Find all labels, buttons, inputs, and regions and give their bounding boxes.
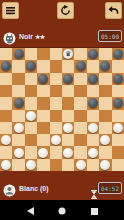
board-square[interactable]	[62, 134, 74, 146]
man-piece[interactable]	[26, 61, 36, 71]
board-square[interactable]	[0, 48, 12, 60]
board-square[interactable]	[12, 122, 24, 134]
recents-square-icon	[91, 201, 98, 219]
board: ♛	[0, 47, 124, 171]
board-square[interactable]	[62, 110, 74, 122]
board-square[interactable]	[99, 159, 111, 171]
man-piece[interactable]	[38, 148, 48, 158]
board-square[interactable]	[0, 60, 12, 72]
crown-icon: ♛	[65, 49, 71, 59]
board-square[interactable]	[50, 60, 62, 72]
board-square[interactable]	[50, 73, 62, 85]
board-square[interactable]	[87, 122, 99, 134]
board-square[interactable]	[12, 73, 24, 85]
man-piece[interactable]	[88, 74, 98, 84]
man-piece[interactable]	[63, 74, 73, 84]
board-square[interactable]	[12, 110, 24, 122]
board-square[interactable]	[87, 110, 99, 122]
board-square[interactable]	[112, 146, 124, 158]
hamburger-menu-icon	[5, 5, 16, 16]
board-square[interactable]	[62, 122, 74, 134]
board-square[interactable]	[50, 110, 62, 122]
man-piece[interactable]	[1, 160, 11, 170]
board-square[interactable]	[62, 73, 74, 85]
difficulty-stars: ★★	[35, 34, 45, 40]
man-piece[interactable]	[100, 160, 110, 170]
board-square[interactable]	[112, 97, 124, 109]
board-square[interactable]	[12, 48, 24, 60]
man-piece[interactable]	[113, 123, 123, 133]
board-square[interactable]	[87, 48, 99, 60]
nav-recents-button[interactable]	[87, 203, 101, 217]
board-square[interactable]	[112, 60, 124, 72]
bottom-player-clock: 04:52	[98, 182, 122, 194]
board-square[interactable]	[74, 60, 86, 72]
nav-back-button[interactable]	[23, 203, 37, 217]
man-piece[interactable]	[26, 111, 36, 121]
board-square[interactable]	[50, 134, 62, 146]
man-piece[interactable]	[76, 61, 86, 71]
board-square[interactable]	[62, 97, 74, 109]
board-square[interactable]	[74, 122, 86, 134]
man-piece[interactable]	[14, 123, 24, 133]
app-screen: Noir ★★ 05:00 ♛ Blanc (0) 04:52	[0, 0, 124, 220]
board-square[interactable]	[74, 73, 86, 85]
board-square[interactable]	[12, 85, 24, 97]
board-square[interactable]	[99, 146, 111, 158]
board-square[interactable]	[99, 97, 111, 109]
refresh-button[interactable]	[57, 2, 74, 19]
home-circle-icon	[58, 201, 66, 219]
person-avatar	[3, 183, 16, 196]
board-square[interactable]	[12, 97, 24, 109]
board-square[interactable]	[112, 110, 124, 122]
man-piece[interactable]	[113, 74, 123, 84]
board-square[interactable]	[37, 60, 49, 72]
board-square[interactable]	[74, 85, 86, 97]
board-square[interactable]	[37, 48, 49, 60]
board-square[interactable]	[74, 134, 86, 146]
board-square[interactable]	[37, 97, 49, 109]
board-square[interactable]: ♛	[62, 48, 74, 60]
board-square[interactable]	[37, 134, 49, 146]
undo-button[interactable]	[105, 2, 122, 19]
board-square[interactable]	[50, 97, 62, 109]
man-piece[interactable]	[88, 148, 98, 158]
man-piece[interactable]	[76, 160, 86, 170]
man-piece[interactable]	[1, 61, 11, 71]
board-square[interactable]	[99, 60, 111, 72]
board-square[interactable]	[87, 85, 99, 97]
board-square[interactable]	[37, 146, 49, 158]
refresh-icon	[60, 5, 71, 16]
man-piece[interactable]	[1, 135, 11, 145]
man-piece[interactable]	[113, 49, 123, 59]
board-square[interactable]	[87, 146, 99, 158]
board-square[interactable]	[112, 48, 124, 60]
bottom-player-name: Blanc (0)	[19, 185, 49, 192]
board-square[interactable]	[25, 110, 37, 122]
back-triangle-icon	[27, 201, 34, 219]
board-square[interactable]	[87, 159, 99, 171]
board-square[interactable]	[74, 159, 86, 171]
board-square[interactable]	[62, 85, 74, 97]
board-square[interactable]	[50, 159, 62, 171]
board-square[interactable]	[12, 134, 24, 146]
board-square[interactable]	[99, 73, 111, 85]
board-square[interactable]	[112, 134, 124, 146]
board-square[interactable]	[37, 110, 49, 122]
man-piece[interactable]	[38, 74, 48, 84]
board-square[interactable]	[0, 134, 12, 146]
board-square[interactable]	[99, 134, 111, 146]
board-square[interactable]	[99, 110, 111, 122]
man-piece[interactable]	[26, 160, 36, 170]
board-square[interactable]	[12, 146, 24, 158]
robot-avatar	[3, 31, 16, 44]
board-square[interactable]	[62, 159, 74, 171]
board-square[interactable]	[25, 159, 37, 171]
nav-home-button[interactable]	[55, 203, 69, 217]
top-player-clock: 05:00	[98, 30, 122, 42]
board-square[interactable]	[0, 73, 12, 85]
king-piece[interactable]: ♛	[63, 49, 73, 59]
board-square[interactable]	[50, 85, 62, 97]
board-square[interactable]	[112, 85, 124, 97]
board-square[interactable]	[25, 122, 37, 134]
board-square[interactable]	[0, 122, 12, 134]
board-square[interactable]	[12, 60, 24, 72]
board-square[interactable]	[50, 122, 62, 134]
board-square[interactable]	[0, 85, 12, 97]
board-square[interactable]	[25, 73, 37, 85]
board-square[interactable]	[74, 48, 86, 60]
board-square[interactable]	[25, 85, 37, 97]
board-square[interactable]	[50, 146, 62, 158]
board-square[interactable]	[37, 85, 49, 97]
man-piece[interactable]	[113, 98, 123, 108]
man-piece[interactable]	[100, 61, 110, 71]
board-square[interactable]	[62, 60, 74, 72]
board-square[interactable]	[0, 146, 12, 158]
menu-button[interactable]	[2, 2, 19, 19]
man-piece[interactable]	[88, 123, 98, 133]
board-square[interactable]	[99, 48, 111, 60]
man-piece[interactable]	[14, 49, 24, 59]
board-square[interactable]	[0, 110, 12, 122]
board-square[interactable]	[74, 97, 86, 109]
man-piece[interactable]	[63, 123, 73, 133]
board-square[interactable]	[25, 97, 37, 109]
undo-arrow-icon	[108, 5, 119, 16]
man-piece[interactable]	[100, 135, 110, 145]
board-square[interactable]	[37, 73, 49, 85]
board-square[interactable]	[99, 122, 111, 134]
bottom-player-row: Blanc (0) 04:52	[0, 182, 124, 197]
board-square[interactable]	[0, 159, 12, 171]
board-square[interactable]	[25, 146, 37, 158]
board-square[interactable]	[87, 73, 99, 85]
board-square[interactable]	[112, 73, 124, 85]
board-square[interactable]	[112, 122, 124, 134]
board-square[interactable]	[87, 97, 99, 109]
man-piece[interactable]	[14, 148, 24, 158]
top-player-name: Noir ★★	[19, 33, 45, 40]
man-piece[interactable]	[51, 135, 61, 145]
board-square[interactable]	[25, 60, 37, 72]
man-piece[interactable]	[88, 49, 98, 59]
man-piece[interactable]	[14, 98, 24, 108]
board-square[interactable]	[74, 110, 86, 122]
man-piece[interactable]	[63, 148, 73, 158]
board-square[interactable]	[112, 159, 124, 171]
board-square[interactable]	[25, 134, 37, 146]
board-square[interactable]	[62, 146, 74, 158]
board-square[interactable]	[87, 134, 99, 146]
board-square[interactable]	[37, 122, 49, 134]
board-square[interactable]	[25, 48, 37, 60]
board-square[interactable]	[99, 85, 111, 97]
board-square[interactable]	[50, 48, 62, 60]
top-player-row: Noir ★★ 05:00	[0, 30, 124, 45]
board-square[interactable]	[0, 97, 12, 109]
android-nav-bar	[0, 200, 124, 220]
board-square[interactable]	[37, 159, 49, 171]
board-square[interactable]	[87, 60, 99, 72]
board-square[interactable]	[12, 159, 24, 171]
board-square[interactable]	[74, 146, 86, 158]
man-piece[interactable]	[88, 98, 98, 108]
